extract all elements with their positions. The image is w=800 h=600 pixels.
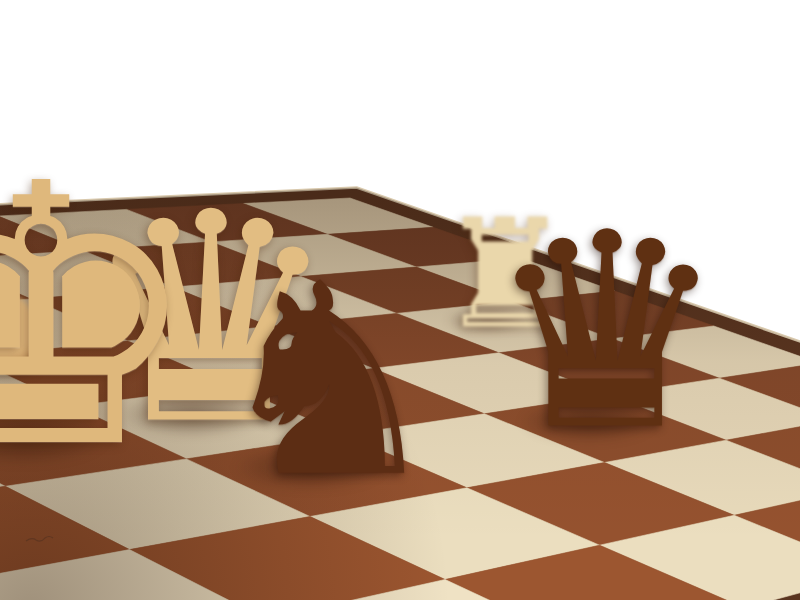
black-queen[interactable]: ♛	[486, 198, 728, 468]
white-king[interactable]: ♚	[0, 138, 202, 498]
black-knight[interactable]: ♞	[210, 248, 448, 513]
chess-photo-scene: ♚♛♜♞♛	[0, 0, 800, 600]
